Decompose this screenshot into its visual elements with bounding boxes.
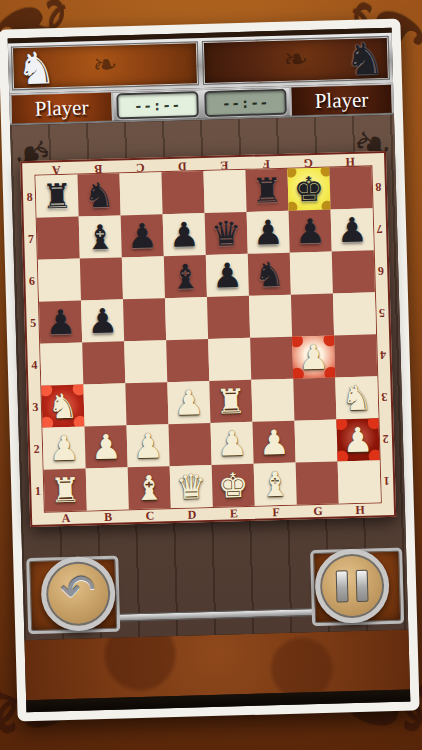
square-f3[interactable]	[251, 379, 294, 422]
white-pawn: ♟	[85, 425, 128, 468]
chess-board: ABCDEFGH ABCDEFGH 87654321 87654321 ♜♞♜♚…	[20, 151, 396, 527]
white-knight: ♞	[41, 385, 84, 428]
square-e5[interactable]	[207, 296, 250, 339]
square-a5[interactable]: ♟	[39, 301, 82, 344]
right-player-name: Player	[289, 85, 394, 116]
coord-label: 8	[371, 166, 385, 208]
square-e8[interactable]	[203, 170, 246, 213]
square-c5[interactable]	[123, 298, 166, 341]
black-pawn: ♟	[289, 210, 332, 253]
square-d8[interactable]	[161, 171, 204, 214]
white-pawn: ♟	[336, 418, 379, 461]
square-c1[interactable]: ♝	[128, 466, 171, 509]
black-pawn: ♟	[247, 211, 290, 254]
black-rook: ♜	[36, 175, 79, 218]
square-f5[interactable]	[249, 295, 292, 338]
coord-label: 3	[377, 376, 391, 418]
square-b1[interactable]	[86, 467, 129, 510]
panel-flourish-icon: ❧	[92, 46, 118, 82]
coord-label: E	[213, 506, 255, 522]
square-d5[interactable]	[165, 297, 208, 340]
square-g7[interactable]: ♟	[289, 210, 332, 253]
square-b5[interactable]: ♟	[81, 299, 124, 342]
square-c2[interactable]: ♟	[127, 424, 170, 467]
square-f4[interactable]	[250, 337, 293, 380]
white-pawn: ♟	[292, 335, 335, 378]
square-d6[interactable]: ♝	[164, 255, 207, 298]
square-d3[interactable]: ♟	[167, 381, 210, 424]
right-player-clock: --:--	[201, 88, 290, 118]
square-c3[interactable]	[125, 382, 168, 425]
panel-flourish-icon: ❧	[283, 41, 309, 77]
square-b2[interactable]: ♟	[85, 425, 128, 468]
white-rook: ♜	[209, 380, 252, 423]
undo-arrow-icon: ↶	[60, 569, 96, 612]
square-d1[interactable]: ♛	[170, 465, 213, 508]
coord-label: H	[339, 502, 381, 518]
right-clock-display: --:--	[204, 89, 287, 117]
coord-label: B	[87, 509, 129, 525]
square-e6[interactable]: ♟	[206, 254, 249, 297]
square-f1[interactable]: ♝	[254, 463, 297, 506]
square-a1[interactable]: ♜	[44, 468, 87, 511]
square-c8[interactable]	[119, 172, 162, 215]
black-knight: ♞	[248, 253, 291, 296]
black-pawn: ♟	[206, 254, 249, 297]
coord-label: 1	[380, 460, 394, 502]
left-player-name: Player	[9, 93, 114, 124]
square-f2[interactable]: ♟	[252, 421, 295, 464]
black-king: ♚	[287, 168, 330, 211]
square-f6[interactable]: ♞	[248, 253, 291, 296]
square-d4[interactable]	[166, 339, 209, 382]
bottom-burl-band	[24, 630, 410, 701]
white-pawn: ♟	[210, 422, 253, 465]
left-player-clock: --:--	[113, 90, 202, 120]
pause-icon	[336, 570, 369, 603]
square-c4[interactable]	[124, 340, 167, 383]
coord-label: 4	[376, 334, 390, 376]
square-b7[interactable]: ♝	[79, 215, 122, 258]
square-h3[interactable]: ♞	[335, 376, 378, 419]
square-b6[interactable]	[80, 257, 123, 300]
black-player-panel: ❧ ♞	[202, 36, 390, 85]
white-player-panel: ❧ ♞	[11, 41, 199, 90]
square-g6[interactable]	[290, 252, 333, 295]
square-g4[interactable]: ♟	[292, 335, 335, 378]
square-c6[interactable]	[122, 256, 165, 299]
black-pawn: ♟	[121, 214, 164, 257]
coord-label: F	[255, 505, 297, 521]
black-pawn: ♟	[81, 299, 124, 342]
square-e4[interactable]	[208, 338, 251, 381]
white-pawn: ♟	[127, 424, 170, 467]
white-king: ♚	[212, 464, 255, 507]
black-pawn: ♟	[331, 208, 374, 251]
square-b3[interactable]	[83, 383, 126, 426]
square-e7[interactable]: ♛	[205, 212, 248, 255]
square-f7[interactable]: ♟	[247, 211, 290, 254]
white-bishop: ♝	[128, 466, 171, 509]
white-knight-icon: ♞	[16, 44, 57, 93]
left-clock-display: --:--	[116, 91, 199, 119]
coord-label: G	[297, 503, 339, 519]
square-a8[interactable]: ♜	[36, 175, 79, 218]
square-a4[interactable]	[40, 343, 83, 386]
square-a2[interactable]: ♟	[43, 426, 86, 469]
left-player-label: Player	[34, 95, 88, 121]
square-d2[interactable]	[168, 423, 211, 466]
controls-bar: ↶	[22, 530, 409, 641]
square-h8[interactable]	[329, 166, 372, 209]
square-a3[interactable]: ♞	[41, 385, 84, 428]
coord-label: 7	[373, 208, 387, 250]
white-pawn: ♟	[167, 381, 210, 424]
black-knight: ♞	[77, 173, 120, 216]
black-bishop: ♝	[79, 215, 122, 258]
square-a6[interactable]	[38, 259, 81, 302]
black-bishop: ♝	[164, 255, 207, 298]
square-h6[interactable]	[332, 250, 375, 293]
black-rook: ♜	[245, 169, 288, 212]
black-knight-icon: ♞	[344, 35, 385, 84]
square-c7[interactable]: ♟	[121, 214, 164, 257]
square-h2[interactable]: ♟	[336, 418, 379, 461]
square-e1[interactable]: ♚	[212, 464, 255, 507]
coord-label: A	[45, 510, 87, 526]
square-g1[interactable]	[296, 461, 339, 504]
square-h5[interactable]	[333, 292, 376, 335]
black-pawn: ♟	[163, 213, 206, 256]
square-g5[interactable]	[291, 294, 334, 337]
app-screenshot-card: ❧ ♞ ❧ ♞ Player --:-- --:-- Player ❧ ❧ AB…	[0, 19, 420, 722]
white-rook: ♜	[44, 468, 87, 511]
coord-label: 6	[374, 250, 388, 292]
black-pawn: ♟	[39, 301, 82, 344]
square-b8[interactable]: ♞	[77, 173, 120, 216]
white-pawn: ♟	[43, 426, 86, 469]
board-squares: ♜♞♜♚♝♟♟♛♟♟♟♝♟♞♟♟♟♞♟♜♞♟♟♟♟♟♟♜♝♛♚♝	[34, 165, 381, 512]
white-queen: ♛	[170, 465, 213, 508]
square-e2[interactable]: ♟	[210, 422, 253, 465]
white-bishop: ♝	[254, 463, 297, 506]
square-h1[interactable]	[338, 460, 381, 503]
black-queen: ♛	[205, 212, 248, 255]
square-e3[interactable]: ♜	[209, 380, 252, 423]
right-player-label: Player	[314, 87, 368, 113]
coord-label: 5	[375, 292, 389, 334]
square-h4[interactable]	[334, 334, 377, 377]
white-knight: ♞	[335, 376, 378, 419]
square-a7[interactable]	[37, 217, 80, 260]
wood-background: ❧ ❧ ABCDEFGH ABCDEFGH 87654321 87654321 …	[10, 115, 408, 641]
square-d7[interactable]: ♟	[163, 213, 206, 256]
coord-label: 2	[378, 418, 392, 460]
square-g8[interactable]: ♚	[287, 168, 330, 211]
square-h7[interactable]: ♟	[331, 208, 374, 251]
square-b4[interactable]	[82, 341, 125, 384]
square-g2[interactable]	[294, 419, 337, 462]
white-pawn: ♟	[252, 421, 295, 464]
square-f8[interactable]: ♜	[245, 169, 288, 212]
coord-label: C	[129, 508, 171, 524]
square-g3[interactable]	[293, 377, 336, 420]
coord-label: D	[171, 507, 213, 523]
